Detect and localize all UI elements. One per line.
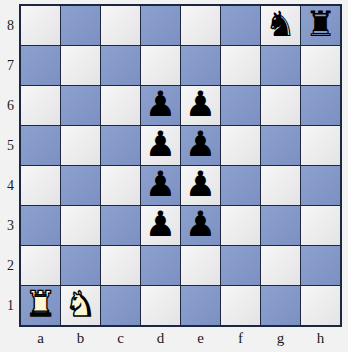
board-layout: 87654321 ♞♜♟♟♟♟♟♟♟♟♜♞ abcdefgh [0, 4, 348, 351]
piece-black-pawn-d5[interactable]: ♟ [145, 127, 176, 162]
file-label-h: h [301, 327, 340, 351]
square-g2[interactable] [261, 246, 300, 285]
square-f2[interactable] [221, 246, 260, 285]
square-h6[interactable] [301, 86, 340, 125]
square-d2[interactable] [141, 246, 180, 285]
square-c5[interactable] [101, 126, 140, 165]
square-c7[interactable] [101, 46, 140, 85]
square-e2[interactable] [181, 246, 220, 285]
square-a7[interactable] [21, 46, 60, 85]
rank-label-2: 2 [0, 246, 19, 285]
square-c6[interactable] [101, 86, 140, 125]
square-a8[interactable] [21, 6, 60, 45]
file-label-f: f [221, 327, 260, 351]
piece-black-pawn-e3[interactable]: ♟ [185, 207, 216, 242]
piece-black-rook-h8[interactable]: ♜ [305, 7, 336, 42]
square-g3[interactable] [261, 206, 300, 245]
square-f1[interactable] [221, 286, 260, 325]
piece-black-pawn-d3[interactable]: ♟ [145, 207, 176, 242]
square-f3[interactable] [221, 206, 260, 245]
rank-label-7: 7 [0, 46, 19, 85]
piece-black-pawn-e4[interactable]: ♟ [185, 167, 216, 202]
rank-label-5: 5 [0, 126, 19, 165]
piece-black-pawn-d6[interactable]: ♟ [145, 87, 176, 122]
piece-black-knight-g8[interactable]: ♞ [265, 7, 296, 42]
square-a3[interactable] [21, 206, 60, 245]
square-d6[interactable]: ♟ [141, 86, 180, 125]
file-label-d: d [141, 327, 180, 351]
chess-board: ♞♜♟♟♟♟♟♟♟♟♜♞ [19, 4, 342, 327]
square-g8[interactable]: ♞ [261, 6, 300, 45]
square-h8[interactable]: ♜ [301, 6, 340, 45]
file-label-a: a [21, 327, 60, 351]
square-g5[interactable] [261, 126, 300, 165]
square-h7[interactable] [301, 46, 340, 85]
square-d8[interactable] [141, 6, 180, 45]
square-f4[interactable] [221, 166, 260, 205]
square-e7[interactable] [181, 46, 220, 85]
rank-label-6: 6 [0, 86, 19, 125]
square-c3[interactable] [101, 206, 140, 245]
square-b6[interactable] [61, 86, 100, 125]
square-g7[interactable] [261, 46, 300, 85]
square-c8[interactable] [101, 6, 140, 45]
square-d3[interactable]: ♟ [141, 206, 180, 245]
square-g4[interactable] [261, 166, 300, 205]
piece-black-pawn-d4[interactable]: ♟ [145, 167, 176, 202]
square-h4[interactable] [301, 166, 340, 205]
square-c2[interactable] [101, 246, 140, 285]
rank-labels: 87654321 [0, 4, 19, 327]
square-g1[interactable] [261, 286, 300, 325]
square-f7[interactable] [221, 46, 260, 85]
file-label-e: e [181, 327, 220, 351]
square-a4[interactable] [21, 166, 60, 205]
square-e6[interactable]: ♟ [181, 86, 220, 125]
square-h5[interactable] [301, 126, 340, 165]
square-b8[interactable] [61, 6, 100, 45]
square-c1[interactable] [101, 286, 140, 325]
square-f8[interactable] [221, 6, 260, 45]
square-d4[interactable]: ♟ [141, 166, 180, 205]
file-label-b: b [61, 327, 100, 351]
square-d5[interactable]: ♟ [141, 126, 180, 165]
piece-white-rook-a1[interactable]: ♜ [25, 287, 56, 322]
piece-white-knight-b1[interactable]: ♞ [65, 287, 96, 322]
square-b1[interactable]: ♞ [61, 286, 100, 325]
square-a1[interactable]: ♜ [21, 286, 60, 325]
square-h3[interactable] [301, 206, 340, 245]
square-a5[interactable] [21, 126, 60, 165]
square-b5[interactable] [61, 126, 100, 165]
square-c4[interactable] [101, 166, 140, 205]
file-labels: abcdefgh [19, 327, 342, 351]
square-b4[interactable] [61, 166, 100, 205]
file-label-c: c [101, 327, 140, 351]
square-e8[interactable] [181, 6, 220, 45]
square-f5[interactable] [221, 126, 260, 165]
square-b7[interactable] [61, 46, 100, 85]
rank-label-4: 4 [0, 166, 19, 205]
square-e3[interactable]: ♟ [181, 206, 220, 245]
square-e4[interactable]: ♟ [181, 166, 220, 205]
rank-label-8: 8 [0, 6, 19, 45]
piece-black-pawn-e5[interactable]: ♟ [185, 127, 216, 162]
corner-spacer [0, 327, 19, 351]
square-e5[interactable]: ♟ [181, 126, 220, 165]
square-e1[interactable] [181, 286, 220, 325]
square-a2[interactable] [21, 246, 60, 285]
square-f6[interactable] [221, 86, 260, 125]
square-g6[interactable] [261, 86, 300, 125]
square-d7[interactable] [141, 46, 180, 85]
file-label-g: g [261, 327, 300, 351]
piece-black-pawn-e6[interactable]: ♟ [185, 87, 216, 122]
square-a6[interactable] [21, 86, 60, 125]
square-b2[interactable] [61, 246, 100, 285]
square-h2[interactable] [301, 246, 340, 285]
square-h1[interactable] [301, 286, 340, 325]
rank-label-3: 3 [0, 206, 19, 245]
square-d1[interactable] [141, 286, 180, 325]
rank-label-1: 1 [0, 286, 19, 325]
square-b3[interactable] [61, 206, 100, 245]
chess-diagram: 87654321 ♞♜♟♟♟♟♟♟♟♟♜♞ abcdefgh [0, 0, 348, 352]
